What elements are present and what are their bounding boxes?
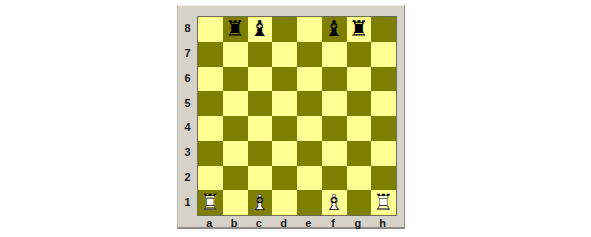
square-e7[interactable] (297, 42, 322, 67)
square-d1[interactable] (272, 190, 297, 215)
square-g6[interactable] (347, 67, 372, 92)
white-bishop-piece: ♝♗ (248, 190, 273, 215)
square-c1[interactable]: ♝♗ (248, 190, 273, 215)
square-h4[interactable] (371, 116, 396, 141)
square-e4[interactable] (297, 116, 322, 141)
square-d8[interactable] (272, 17, 297, 42)
square-b2[interactable] (223, 166, 248, 191)
white-rook-piece: ♜♖ (371, 190, 396, 215)
file-label-b: b (222, 216, 247, 229)
black-bishop-piece: ♝ (322, 17, 347, 42)
square-f3[interactable] (322, 141, 347, 166)
square-g1[interactable] (347, 190, 372, 215)
square-b6[interactable] (223, 67, 248, 92)
square-b4[interactable] (223, 116, 248, 141)
white-rook-piece: ♜♖ (198, 190, 223, 215)
chess-board: ♜♝♝♜♜♖♝♗♝♗♜♖ (197, 16, 397, 216)
square-b1[interactable] (223, 190, 248, 215)
square-b5[interactable] (223, 91, 248, 116)
square-f6[interactable] (322, 67, 347, 92)
square-h2[interactable] (371, 166, 396, 191)
rank-label-5: 5 (178, 90, 197, 115)
file-label-g: g (346, 216, 371, 229)
square-h8[interactable] (371, 17, 396, 42)
page: 87654321 ♜♝♝♜♜♖♝♗♝♗♜♖ abcdefgh (0, 0, 591, 237)
square-e1[interactable] (297, 190, 322, 215)
square-g5[interactable] (347, 91, 372, 116)
square-a7[interactable] (198, 42, 223, 67)
square-e8[interactable] (297, 17, 322, 42)
square-h7[interactable] (371, 42, 396, 67)
rank-label-6: 6 (178, 66, 197, 91)
square-a1[interactable]: ♜♖ (198, 190, 223, 215)
square-c7[interactable] (248, 42, 273, 67)
white-bishop-glyph: ♗ (322, 190, 347, 215)
square-h1[interactable]: ♜♖ (371, 190, 396, 215)
square-f2[interactable] (322, 166, 347, 191)
black-bishop-glyph: ♝ (248, 17, 273, 42)
square-c5[interactable] (248, 91, 273, 116)
black-bishop-piece: ♝ (248, 17, 273, 42)
square-c8[interactable]: ♝ (248, 17, 273, 42)
file-label-c: c (247, 216, 272, 229)
square-d5[interactable] (272, 91, 297, 116)
square-d7[interactable] (272, 42, 297, 67)
square-g7[interactable] (347, 42, 372, 67)
square-a6[interactable] (198, 67, 223, 92)
square-g3[interactable] (347, 141, 372, 166)
square-f7[interactable] (322, 42, 347, 67)
square-e3[interactable] (297, 141, 322, 166)
square-a2[interactable] (198, 166, 223, 191)
square-g4[interactable] (347, 116, 372, 141)
square-h6[interactable] (371, 67, 396, 92)
file-label-e: e (296, 216, 321, 229)
square-f8[interactable]: ♝ (322, 17, 347, 42)
rank-labels: 87654321 (178, 16, 197, 214)
square-c4[interactable] (248, 116, 273, 141)
rank-label-3: 3 (178, 140, 197, 165)
file-labels: abcdefgh (197, 216, 395, 229)
square-a4[interactable] (198, 116, 223, 141)
square-b7[interactable] (223, 42, 248, 67)
square-b8[interactable]: ♜ (223, 17, 248, 42)
square-e6[interactable] (297, 67, 322, 92)
black-rook-glyph: ♜ (223, 17, 248, 42)
square-e5[interactable] (297, 91, 322, 116)
square-b3[interactable] (223, 141, 248, 166)
black-rook-glyph: ♜ (347, 17, 372, 42)
square-d6[interactable] (272, 67, 297, 92)
square-c2[interactable] (248, 166, 273, 191)
square-h3[interactable] (371, 141, 396, 166)
square-d3[interactable] (272, 141, 297, 166)
square-e2[interactable] (297, 166, 322, 191)
square-f1[interactable]: ♝♗ (322, 190, 347, 215)
rank-label-2: 2 (178, 165, 197, 190)
white-rook-glyph: ♖ (198, 190, 223, 215)
square-a3[interactable] (198, 141, 223, 166)
white-rook-glyph: ♖ (371, 190, 396, 215)
black-rook-piece: ♜ (223, 17, 248, 42)
file-label-h: h (370, 216, 395, 229)
rank-label-8: 8 (178, 16, 197, 41)
rank-label-1: 1 (178, 189, 197, 214)
black-bishop-glyph: ♝ (322, 17, 347, 42)
file-label-d: d (271, 216, 296, 229)
square-d2[interactable] (272, 166, 297, 191)
rank-label-4: 4 (178, 115, 197, 140)
file-label-f: f (321, 216, 346, 229)
square-c3[interactable] (248, 141, 273, 166)
rank-label-7: 7 (178, 41, 197, 66)
square-a5[interactable] (198, 91, 223, 116)
file-label-a: a (197, 216, 222, 229)
black-rook-piece: ♜ (347, 17, 372, 42)
square-f4[interactable] (322, 116, 347, 141)
square-f5[interactable] (322, 91, 347, 116)
square-d4[interactable] (272, 116, 297, 141)
chess-board-frame: 87654321 ♜♝♝♜♜♖♝♗♝♗♜♖ abcdefgh (177, 5, 405, 229)
square-h5[interactable] (371, 91, 396, 116)
square-g8[interactable]: ♜ (347, 17, 372, 42)
white-bishop-piece: ♝♗ (322, 190, 347, 215)
square-g2[interactable] (347, 166, 372, 191)
square-c6[interactable] (248, 67, 273, 92)
white-bishop-glyph: ♗ (248, 190, 273, 215)
square-a8[interactable] (198, 17, 223, 42)
